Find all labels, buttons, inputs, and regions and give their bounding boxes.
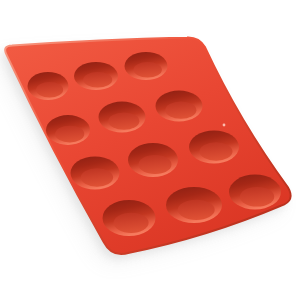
cup-floor (108, 113, 139, 130)
cup-floor (178, 200, 215, 220)
muffin-cup-r3c3 (189, 131, 239, 164)
muffin-cup-r4c2 (166, 187, 222, 223)
cup-floor (36, 82, 63, 98)
cup-floor (139, 155, 172, 174)
cup-floor (165, 102, 196, 119)
cup-floor (83, 72, 112, 88)
cup-floor (55, 126, 84, 143)
muffin-cup-r4c3 (229, 175, 281, 210)
muffin-cup-r1c3 (125, 52, 168, 80)
muffin-cup-r2c2 (99, 102, 146, 133)
cup-floor (200, 142, 233, 160)
product-photo-canvas (0, 0, 300, 300)
muffin-cup-r2c1 (46, 115, 90, 145)
highlight-speck (223, 124, 226, 127)
muffin-cup-r1c2 (74, 62, 118, 90)
muffin-cup-r3c1 (71, 157, 120, 190)
muffin-cup-r1c1 (28, 72, 69, 100)
muffin-pan-photo (0, 0, 300, 300)
cup-floor (240, 187, 274, 207)
cup-floor (134, 62, 162, 78)
muffin-cup-r2c3 (156, 91, 203, 122)
muffin-cup-r4c1 (103, 200, 156, 236)
cup-floor (114, 213, 149, 233)
muffin-cup-r3c2 (128, 143, 178, 177)
cup-floor (81, 168, 113, 186)
